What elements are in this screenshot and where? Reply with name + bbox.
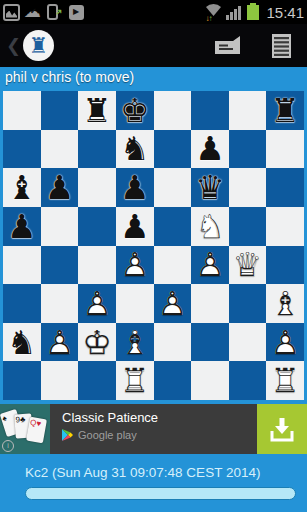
white-pawn[interactable]: ♟♙	[266, 323, 304, 362]
white-bishop[interactable]: ♝♗	[266, 284, 304, 323]
ad-banner[interactable]: ♠ 9♣ Q♥ i Classic Patience Google play	[0, 404, 307, 454]
white-queen[interactable]: ♛♕	[229, 246, 267, 285]
cloud-done-icon	[25, 4, 42, 21]
white-knight[interactable]: ♞♘	[191, 207, 229, 246]
white-bishop[interactable]: ♝♗	[116, 323, 154, 362]
status-time: 15:41	[266, 4, 304, 21]
black-rook[interactable]: ♜	[266, 91, 304, 130]
signal-bars-icon	[226, 5, 241, 20]
square-a7[interactable]	[3, 130, 41, 169]
compose-message-icon[interactable]	[213, 33, 241, 59]
square-b6[interactable]: ♟	[41, 168, 79, 207]
ad-download-button[interactable]	[257, 404, 307, 454]
square-a1[interactable]	[3, 361, 41, 400]
square-a5[interactable]: ♟	[3, 207, 41, 246]
battery-icon	[247, 5, 259, 20]
play-store-update-icon	[69, 5, 84, 20]
white-pawn[interactable]: ♟♙	[154, 284, 192, 323]
square-d8[interactable]: ♚	[116, 91, 154, 130]
black-pawn[interactable]: ♟	[191, 130, 229, 169]
square-b2[interactable]: ♟♙	[41, 323, 79, 362]
ad-title[interactable]: Classic Patience	[62, 410, 257, 425]
square-b5[interactable]	[41, 207, 79, 246]
square-e4[interactable]	[154, 246, 192, 285]
square-a6[interactable]: ♝	[3, 168, 41, 207]
white-pawn[interactable]: ♟♙	[191, 246, 229, 285]
black-bishop[interactable]: ♝	[3, 168, 41, 207]
square-f2[interactable]	[191, 323, 229, 362]
app-rook-icon[interactable]: ♜	[23, 30, 54, 61]
square-h5[interactable]	[266, 207, 304, 246]
black-pawn[interactable]: ♟	[41, 168, 79, 207]
white-rook[interactable]: ♜♖	[116, 361, 154, 400]
square-d5[interactable]: ♟	[116, 207, 154, 246]
square-g3[interactable]	[229, 284, 267, 323]
move-list-icon[interactable]	[267, 33, 295, 59]
square-d7[interactable]: ♞	[116, 130, 154, 169]
square-g8[interactable]	[229, 91, 267, 130]
square-g6[interactable]	[229, 168, 267, 207]
white-pawn[interactable]: ♟♙	[116, 246, 154, 285]
square-h2[interactable]: ♟♙	[266, 323, 304, 362]
black-pawn[interactable]: ♟	[116, 207, 154, 246]
wifi-up-arrow-icon: ↑	[208, 14, 211, 23]
square-e3[interactable]: ♟♙	[154, 284, 192, 323]
white-king[interactable]: ♚♔	[78, 323, 116, 362]
black-pawn[interactable]: ♟	[3, 207, 41, 246]
phone-transfer-icon	[47, 4, 58, 20]
square-g7[interactable]	[229, 130, 267, 169]
white-pawn[interactable]: ♟♙	[78, 284, 116, 323]
board-area: ♜♚♜♞♟♝♟♟♛♟♟♞♘♟♙♟♙♛♕♟♙♟♙♝♗♞♟♙♚♔♝♗♟♙♜♖♜♖	[0, 89, 307, 400]
square-e7[interactable]	[154, 130, 192, 169]
black-king[interactable]: ♚	[116, 91, 154, 130]
square-h1[interactable]: ♜♖	[266, 361, 304, 400]
square-a2[interactable]: ♞	[3, 323, 41, 362]
black-pawn[interactable]: ♟	[116, 168, 154, 207]
square-d2[interactable]: ♝♗	[116, 323, 154, 362]
square-d1[interactable]: ♜♖	[116, 361, 154, 400]
square-e6[interactable]	[154, 168, 192, 207]
square-b8[interactable]	[41, 91, 79, 130]
square-g5[interactable]	[229, 207, 267, 246]
square-e1[interactable]	[154, 361, 192, 400]
square-a4[interactable]	[3, 246, 41, 285]
square-c1[interactable]	[78, 361, 116, 400]
action-bar: ❮ ♜	[0, 24, 307, 67]
square-f1[interactable]	[191, 361, 229, 400]
square-e5[interactable]	[154, 207, 192, 246]
square-h8[interactable]: ♜	[266, 91, 304, 130]
square-h3[interactable]: ♝♗	[266, 284, 304, 323]
square-c7[interactable]	[78, 130, 116, 169]
square-g4[interactable]: ♛♕	[229, 246, 267, 285]
square-f5[interactable]: ♞♘	[191, 207, 229, 246]
google-play-icon	[62, 429, 73, 441]
square-c3[interactable]: ♟♙	[78, 284, 116, 323]
move-progress-bar[interactable]	[25, 487, 296, 500]
square-h6[interactable]	[266, 168, 304, 207]
square-b7[interactable]	[41, 130, 79, 169]
square-a3[interactable]	[3, 284, 41, 323]
black-rook[interactable]: ♜	[78, 91, 116, 130]
last-move-text: Kc2 (Sun Aug 31 09:07:48 CEST 2014)	[0, 465, 307, 480]
square-d4[interactable]: ♟♙	[116, 246, 154, 285]
square-h4[interactable]	[266, 246, 304, 285]
square-f7[interactable]: ♟	[191, 130, 229, 169]
chess-board: ♜♚♜♞♟♝♟♟♛♟♟♞♘♟♙♟♙♛♕♟♙♟♙♝♗♞♟♙♚♔♝♗♟♙♜♖♜♖	[3, 91, 304, 400]
square-b4[interactable]	[41, 246, 79, 285]
playing-card-icon: Q♥	[26, 417, 47, 444]
square-d3[interactable]	[116, 284, 154, 323]
square-c8[interactable]: ♜	[78, 91, 116, 130]
square-d6[interactable]: ♟	[116, 168, 154, 207]
ad-info-icon[interactable]: i	[2, 440, 14, 452]
game-title: phil v chris (to move)	[0, 67, 307, 89]
square-c2[interactable]: ♚♔	[78, 323, 116, 362]
white-rook[interactable]: ♜♖	[266, 361, 304, 400]
gallery-icon	[3, 4, 20, 21]
square-g2[interactable]	[229, 323, 267, 362]
square-e8[interactable]	[154, 91, 192, 130]
square-c5[interactable]	[78, 207, 116, 246]
black-knight[interactable]: ♞	[116, 130, 154, 169]
square-a8[interactable]	[3, 91, 41, 130]
wifi-icon: ↓↑	[205, 4, 222, 21]
status-bar: ↓↑ 15:41	[0, 0, 307, 24]
footer-bar: Kc2 (Sun Aug 31 09:07:48 CEST 2014)	[0, 454, 307, 512]
square-g1[interactable]	[229, 361, 267, 400]
back-chevron-icon[interactable]: ❮	[6, 35, 21, 57]
white-pawn[interactable]: ♟♙	[41, 323, 79, 362]
black-queen[interactable]: ♛	[191, 168, 229, 207]
google-play-label[interactable]: Google play	[78, 429, 137, 441]
square-f8[interactable]	[191, 91, 229, 130]
square-f6[interactable]: ♛	[191, 168, 229, 207]
square-e2[interactable]	[154, 323, 192, 362]
square-f4[interactable]: ♟♙	[191, 246, 229, 285]
ad-app-icon[interactable]: ♠ 9♣ Q♥ i	[0, 404, 50, 454]
square-f3[interactable]	[191, 284, 229, 323]
square-c4[interactable]	[78, 246, 116, 285]
square-c6[interactable]	[78, 168, 116, 207]
square-h7[interactable]	[266, 130, 304, 169]
square-b1[interactable]	[41, 361, 79, 400]
black-knight[interactable]: ♞	[3, 323, 41, 362]
square-b3[interactable]	[41, 284, 79, 323]
